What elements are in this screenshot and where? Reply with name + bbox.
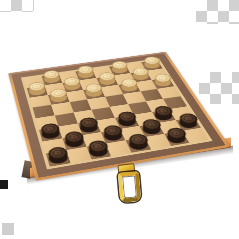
clasp-ring-icon[interactable]	[118, 171, 142, 203]
checker-dark[interactable]	[88, 145, 111, 159]
alpha-checker-patch	[199, 72, 239, 104]
checker-light[interactable]	[119, 83, 139, 94]
product-photo-stage	[0, 0, 239, 239]
alpha-checker-patch	[0, 0, 34, 12]
alpha-gray-patch	[2, 223, 14, 235]
checker-light[interactable]	[42, 74, 61, 84]
clasp-latch[interactable]	[117, 163, 139, 199]
checker-dark[interactable]	[79, 121, 100, 134]
checker-dark[interactable]	[47, 151, 69, 166]
checker-light[interactable]	[63, 81, 82, 92]
alpha-dark-patch	[0, 180, 8, 189]
alpha-checker-patch	[196, 0, 239, 24]
checkers-board	[8, 52, 230, 181]
checker-light[interactable]	[49, 93, 69, 104]
